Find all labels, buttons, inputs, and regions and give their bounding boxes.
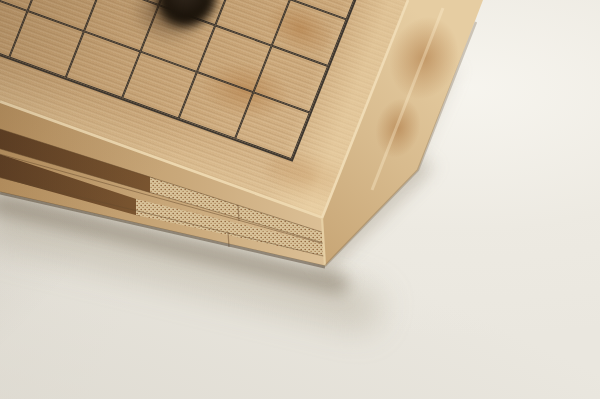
goban-corner-photo (0, 0, 600, 399)
